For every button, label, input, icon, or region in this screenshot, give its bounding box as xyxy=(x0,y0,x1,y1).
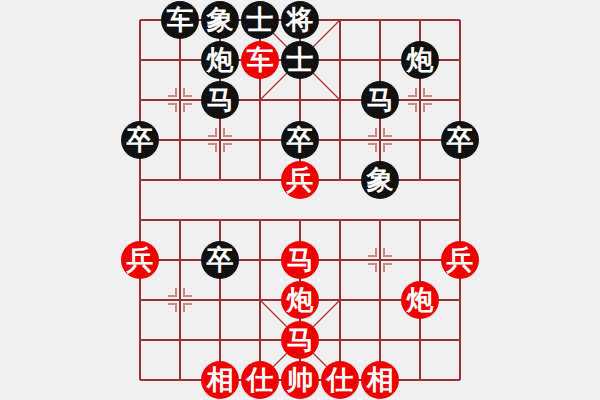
piece-red-elephant-c1[interactable]: 相 xyxy=(201,361,239,399)
piece-black-general-e10[interactable]: 将 xyxy=(281,1,319,39)
xiangqi-app: 车象士将炮车士炮马马卒卒卒兵象兵卒马兵炮炮马相仕帅仕相 xyxy=(0,0,600,400)
piece-red-cannon-h3[interactable]: 炮 xyxy=(401,281,439,319)
piece-red-soldier-a4[interactable]: 兵 xyxy=(121,241,159,279)
piece-red-elephant-g1[interactable]: 相 xyxy=(361,361,399,399)
piece-black-cannon-h9[interactable]: 炮 xyxy=(401,41,439,79)
piece-red-cannon-e3[interactable]: 炮 xyxy=(281,281,319,319)
piece-black-chariot-b10[interactable]: 车 xyxy=(161,1,199,39)
piece-black-cannon-c9[interactable]: 炮 xyxy=(201,41,239,79)
piece-black-soldier-i7[interactable]: 卒 xyxy=(441,121,479,159)
piece-black-advisor-e9[interactable]: 士 xyxy=(281,41,319,79)
piece-black-horse-g8[interactable]: 马 xyxy=(361,81,399,119)
piece-red-general-e1[interactable]: 帅 xyxy=(281,361,319,399)
piece-red-advisor-d1[interactable]: 仕 xyxy=(241,361,279,399)
piece-red-soldier-i4[interactable]: 兵 xyxy=(441,241,479,279)
piece-black-horse-c8[interactable]: 马 xyxy=(201,81,239,119)
piece-red-horse-e4[interactable]: 马 xyxy=(281,241,319,279)
piece-red-advisor-f1[interactable]: 仕 xyxy=(321,361,359,399)
piece-black-advisor-d10[interactable]: 士 xyxy=(241,1,279,39)
piece-red-horse-e2[interactable]: 马 xyxy=(281,321,319,359)
piece-black-soldier-e7[interactable]: 卒 xyxy=(281,121,319,159)
piece-layer: 车象士将炮车士炮马马卒卒卒兵象兵卒马兵炮炮马相仕帅仕相 xyxy=(120,0,480,400)
piece-black-soldier-a7[interactable]: 卒 xyxy=(121,121,159,159)
piece-black-soldier-c4[interactable]: 卒 xyxy=(201,241,239,279)
piece-red-chariot-d9[interactable]: 车 xyxy=(241,41,279,79)
piece-black-elephant-g6[interactable]: 象 xyxy=(361,161,399,199)
piece-black-elephant-c10[interactable]: 象 xyxy=(201,1,239,39)
piece-red-soldier-e6[interactable]: 兵 xyxy=(281,161,319,199)
